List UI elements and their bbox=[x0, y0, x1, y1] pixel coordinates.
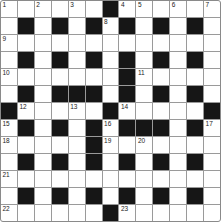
grid-cell-r8c9[interactable] bbox=[153, 137, 169, 153]
block-cell-r6c6 bbox=[103, 103, 119, 119]
block-cell-r11c5 bbox=[86, 188, 102, 204]
clue-number-11: 11 bbox=[138, 69, 145, 77]
crossword-board: 1234567891011121314151617181920212223 bbox=[0, 0, 221, 222]
block-cell-r6c12 bbox=[204, 103, 220, 119]
grid-cell-r5c8[interactable] bbox=[136, 86, 152, 102]
grid-cell-r4c10[interactable] bbox=[170, 69, 186, 85]
grid-cell-r11c0[interactable] bbox=[1, 188, 17, 204]
grid-cell-r12c4[interactable] bbox=[69, 205, 85, 221]
grid-cell-r11c8[interactable] bbox=[136, 188, 152, 204]
grid-cell-r10c9[interactable] bbox=[153, 171, 169, 187]
block-cell-r4c7 bbox=[119, 69, 135, 85]
grid-cell-r10c8[interactable] bbox=[136, 171, 152, 187]
block-cell-r5c7 bbox=[119, 86, 135, 102]
grid-cell-r10c6[interactable] bbox=[103, 171, 119, 187]
grid-cell-r0c11[interactable] bbox=[187, 1, 203, 17]
grid-cell-r6c2[interactable] bbox=[35, 103, 51, 119]
clue-number-7: 7 bbox=[206, 1, 210, 9]
clue-number-13: 13 bbox=[70, 103, 77, 111]
grid-cell-r8c6[interactable]: 19 bbox=[103, 137, 119, 153]
grid-cell-r11c4[interactable] bbox=[69, 188, 85, 204]
clue-number-23: 23 bbox=[121, 205, 128, 213]
grid-cell-r1c10[interactable] bbox=[170, 18, 186, 34]
grid-cell-r6c5[interactable] bbox=[86, 103, 102, 119]
grid-cell-r12c10[interactable] bbox=[170, 205, 186, 221]
grid-cell-r10c4[interactable] bbox=[69, 171, 85, 187]
grid-cell-r12c2[interactable] bbox=[35, 205, 51, 221]
grid-cell-r11c6[interactable] bbox=[103, 188, 119, 204]
block-cell-r3c5 bbox=[86, 52, 102, 68]
grid-cell-r4c4[interactable] bbox=[69, 69, 85, 85]
grid-cell-r2c4[interactable] bbox=[69, 35, 85, 51]
block-cell-r12c6 bbox=[103, 205, 119, 221]
grid-cell-r2c2[interactable] bbox=[35, 35, 51, 51]
grid-cell-r7c4[interactable] bbox=[69, 120, 85, 136]
grid-cell-r6c10[interactable] bbox=[170, 103, 186, 119]
clue-number-18: 18 bbox=[3, 137, 10, 145]
grid-cell-r0c7[interactable]: 4 bbox=[119, 1, 135, 17]
grid-cell-r12c8[interactable] bbox=[136, 205, 152, 221]
grid-cell-r12c0[interactable]: 22 bbox=[1, 205, 17, 221]
grid-cell-r11c10[interactable] bbox=[170, 188, 186, 204]
block-cell-r11c3 bbox=[52, 188, 68, 204]
grid-cell-r3c10[interactable] bbox=[170, 52, 186, 68]
clue-number-12: 12 bbox=[19, 103, 26, 111]
clue-number-22: 22 bbox=[3, 205, 10, 213]
grid-cell-r4c2[interactable] bbox=[35, 69, 51, 85]
grid-cell-r10c2[interactable] bbox=[35, 171, 51, 187]
grid-cell-r2c9[interactable] bbox=[153, 35, 169, 51]
grid-cell-r6c4[interactable]: 13 bbox=[69, 103, 85, 119]
grid-cell-r2c12[interactable] bbox=[204, 35, 220, 51]
clue-number-8: 8 bbox=[104, 18, 108, 26]
grid-cell-r2c1[interactable] bbox=[18, 35, 34, 51]
block-cell-r1c5 bbox=[86, 18, 102, 34]
block-cell-r5c11 bbox=[187, 86, 203, 102]
grid-cell-r4c5[interactable] bbox=[86, 69, 102, 85]
block-cell-r5c5 bbox=[86, 86, 102, 102]
grid-cell-r7c10[interactable] bbox=[170, 120, 186, 136]
grid-cell-r0c9[interactable] bbox=[153, 1, 169, 17]
grid-cell-r4c6[interactable] bbox=[103, 69, 119, 85]
clue-number-3: 3 bbox=[70, 1, 74, 9]
block-cell-r3c9 bbox=[153, 52, 169, 68]
grid-cell-r1c8[interactable] bbox=[136, 18, 152, 34]
block-cell-r5c1 bbox=[18, 86, 34, 102]
grid-cell-r11c12[interactable] bbox=[204, 188, 220, 204]
grid-cell-r0c12[interactable]: 7 bbox=[204, 1, 220, 17]
clue-number-17: 17 bbox=[206, 120, 213, 128]
block-cell-r7c1 bbox=[18, 120, 34, 136]
grid-cell-r8c7[interactable] bbox=[119, 137, 135, 153]
grid-cell-r6c7[interactable]: 14 bbox=[119, 103, 135, 119]
grid-cell-r6c8[interactable] bbox=[136, 103, 152, 119]
grid-cell-r2c3[interactable] bbox=[52, 35, 68, 51]
block-cell-r7c7 bbox=[119, 120, 135, 136]
grid-cell-r2c6[interactable] bbox=[103, 35, 119, 51]
grid-cell-r2c0[interactable]: 9 bbox=[1, 35, 17, 51]
clue-number-19: 19 bbox=[104, 137, 111, 145]
grid-cell-r0c2[interactable]: 2 bbox=[35, 1, 51, 17]
block-cell-r3c7 bbox=[119, 52, 135, 68]
grid-cell-r9c8[interactable] bbox=[136, 154, 152, 170]
grid-cell-r12c9[interactable] bbox=[153, 205, 169, 221]
clue-number-9: 9 bbox=[3, 35, 7, 43]
grid-cell-r12c1[interactable] bbox=[18, 205, 34, 221]
grid-cell-r0c8[interactable]: 5 bbox=[136, 1, 152, 17]
block-cell-r6c0 bbox=[1, 103, 17, 119]
grid-cell-r3c8[interactable] bbox=[136, 52, 152, 68]
grid-cell-r0c10[interactable]: 6 bbox=[170, 1, 186, 17]
grid-cell-r4c12[interactable] bbox=[204, 69, 220, 85]
grid-cell-r9c12[interactable] bbox=[204, 154, 220, 170]
block-cell-r5c3 bbox=[52, 86, 68, 102]
grid-cell-r0c5[interactable] bbox=[86, 1, 102, 17]
grid-cell-r1c0[interactable] bbox=[1, 18, 17, 34]
block-cell-r3c1 bbox=[18, 52, 34, 68]
grid-cell-r9c2[interactable] bbox=[35, 154, 51, 170]
grid-cell-r9c10[interactable] bbox=[170, 154, 186, 170]
grid-cell-r10c11[interactable] bbox=[187, 171, 203, 187]
block-cell-r8c5 bbox=[86, 137, 102, 153]
block-cell-r7c11 bbox=[187, 120, 203, 136]
grid-cell-r0c0[interactable]: 1 bbox=[1, 1, 17, 17]
grid-cell-r7c2[interactable] bbox=[35, 120, 51, 136]
grid-cell-r2c8[interactable] bbox=[136, 35, 152, 51]
grid-cell-r6c3[interactable] bbox=[52, 103, 68, 119]
grid-cell-r8c10[interactable] bbox=[170, 137, 186, 153]
grid-cell-r10c1[interactable] bbox=[18, 171, 34, 187]
grid-cell-r5c6[interactable] bbox=[103, 86, 119, 102]
grid-cell-r10c7[interactable] bbox=[119, 171, 135, 187]
grid-cell-r6c9[interactable] bbox=[153, 103, 169, 119]
block-cell-r9c5 bbox=[86, 154, 102, 170]
block-cell-r3c11 bbox=[187, 52, 203, 68]
grid-cell-r12c12[interactable] bbox=[204, 205, 220, 221]
grid-cell-r1c4[interactable] bbox=[69, 18, 85, 34]
grid-cell-r2c11[interactable] bbox=[187, 35, 203, 51]
grid-cell-r6c11[interactable] bbox=[187, 103, 203, 119]
block-cell-r3c3 bbox=[52, 52, 68, 68]
grid-cell-r10c0[interactable]: 21 bbox=[1, 171, 17, 187]
grid-cell-r3c12[interactable] bbox=[204, 52, 220, 68]
clue-number-4: 4 bbox=[121, 1, 125, 9]
grid-cell-r5c2[interactable] bbox=[35, 86, 51, 102]
block-cell-r0c6 bbox=[103, 1, 119, 17]
grid-cell-r9c4[interactable] bbox=[69, 154, 85, 170]
block-cell-r11c11 bbox=[187, 188, 203, 204]
grid-cell-r1c12[interactable] bbox=[204, 18, 220, 34]
grid-cell-r7c6[interactable]: 16 bbox=[103, 120, 119, 136]
clue-number-14: 14 bbox=[121, 103, 128, 111]
block-cell-r9c7 bbox=[119, 154, 135, 170]
grid-cell-r7c0[interactable]: 15 bbox=[1, 120, 17, 136]
grid-cell-r5c0[interactable] bbox=[1, 86, 17, 102]
grid-cell-r4c0[interactable]: 10 bbox=[1, 69, 17, 85]
clue-number-2: 2 bbox=[36, 1, 40, 9]
grid-cell-r8c2[interactable] bbox=[35, 137, 51, 153]
grid-cell-r0c4[interactable]: 3 bbox=[69, 1, 85, 17]
grid-cell-r10c5[interactable] bbox=[86, 171, 102, 187]
grid-cell-r12c11[interactable] bbox=[187, 205, 203, 221]
block-cell-r11c1 bbox=[18, 188, 34, 204]
grid-cell-r10c12[interactable] bbox=[204, 171, 220, 187]
grid-cell-r10c3[interactable] bbox=[52, 171, 68, 187]
grid-cell-r9c6[interactable] bbox=[103, 154, 119, 170]
clue-number-6: 6 bbox=[172, 1, 176, 9]
grid-cell-r4c8[interactable]: 11 bbox=[136, 69, 152, 85]
block-cell-r7c8 bbox=[136, 120, 152, 136]
grid-cell-r5c10[interactable] bbox=[170, 86, 186, 102]
grid-cell-r2c10[interactable] bbox=[170, 35, 186, 51]
grid-cell-r8c12[interactable] bbox=[204, 137, 220, 153]
clue-number-1: 1 bbox=[3, 1, 7, 9]
clue-number-21: 21 bbox=[3, 171, 10, 179]
block-cell-r1c9 bbox=[153, 18, 169, 34]
block-cell-r1c1 bbox=[18, 18, 34, 34]
block-cell-r1c7 bbox=[119, 18, 135, 34]
grid-cell-r1c6[interactable]: 8 bbox=[103, 18, 119, 34]
block-cell-r9c9 bbox=[153, 154, 169, 170]
block-cell-r7c9 bbox=[153, 120, 169, 136]
grid-cell-r1c2[interactable] bbox=[35, 18, 51, 34]
grid-cell-r8c4[interactable] bbox=[69, 137, 85, 153]
block-cell-r9c11 bbox=[187, 154, 203, 170]
clue-number-10: 10 bbox=[3, 69, 10, 77]
grid-cell-r11c2[interactable] bbox=[35, 188, 51, 204]
block-cell-r11c7 bbox=[119, 188, 135, 204]
grid-cell-r4c11[interactable] bbox=[187, 69, 203, 85]
grid-cell-r7c12[interactable]: 17 bbox=[204, 120, 220, 136]
block-cell-r1c3 bbox=[52, 18, 68, 34]
grid-cell-r5c12[interactable] bbox=[204, 86, 220, 102]
block-cell-r1c11 bbox=[187, 18, 203, 34]
block-cell-r5c9 bbox=[153, 86, 169, 102]
grid-cell-r2c7[interactable] bbox=[119, 35, 135, 51]
grid-cell-r2c5[interactable] bbox=[86, 35, 102, 51]
block-cell-r7c3 bbox=[52, 120, 68, 136]
grid-cell-r12c3[interactable] bbox=[52, 205, 68, 221]
grid-cell-r8c3[interactable] bbox=[52, 137, 68, 153]
grid-cell-r12c5[interactable] bbox=[86, 205, 102, 221]
grid-cell-r10c10[interactable] bbox=[170, 171, 186, 187]
clue-number-5: 5 bbox=[138, 1, 142, 9]
block-cell-r9c1 bbox=[18, 154, 34, 170]
grid-cell-r0c1[interactable] bbox=[18, 1, 34, 17]
grid-cell-r3c6[interactable] bbox=[103, 52, 119, 68]
grid-cell-r4c9[interactable] bbox=[153, 69, 169, 85]
grid-cell-r0c3[interactable] bbox=[52, 1, 68, 17]
grid-cell-r12c7[interactable]: 23 bbox=[119, 205, 135, 221]
block-cell-r11c9 bbox=[153, 188, 169, 204]
block-cell-r9c3 bbox=[52, 154, 68, 170]
grid-cell-r8c0[interactable]: 18 bbox=[1, 137, 17, 153]
clue-number-16: 16 bbox=[104, 120, 111, 128]
grid-cell-r8c8[interactable]: 20 bbox=[136, 137, 152, 153]
clue-number-20: 20 bbox=[138, 137, 145, 145]
grid-cell-r3c2[interactable] bbox=[35, 52, 51, 68]
grid-cell-r8c11[interactable] bbox=[187, 137, 203, 153]
grid-cell-r3c4[interactable] bbox=[69, 52, 85, 68]
grid-cell-r4c1[interactable] bbox=[18, 69, 34, 85]
block-cell-r5c4 bbox=[69, 86, 85, 102]
grid-cell-r4c3[interactable] bbox=[52, 69, 68, 85]
grid-cell-r8c1[interactable] bbox=[18, 137, 34, 153]
block-cell-r7c5 bbox=[86, 120, 102, 136]
grid-cell-r9c0[interactable] bbox=[1, 154, 17, 170]
clue-number-15: 15 bbox=[3, 120, 10, 128]
grid-cell-r6c1[interactable]: 12 bbox=[18, 103, 34, 119]
grid-cell-r3c0[interactable] bbox=[1, 52, 17, 68]
